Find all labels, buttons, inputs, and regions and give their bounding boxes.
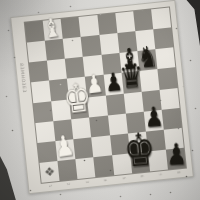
square-g8 — [133, 9, 153, 31]
square-d6 — [83, 55, 103, 77]
square-g5 — [139, 69, 159, 91]
photo-corner-shadow-bottom-left — [0, 156, 18, 200]
square-f7 — [117, 31, 137, 53]
square-c3 — [71, 117, 91, 139]
square-c6 — [65, 57, 85, 79]
square-f2 — [128, 131, 148, 153]
square-e2 — [110, 133, 130, 155]
square-a8 — [25, 21, 45, 43]
square-b5 — [49, 79, 69, 101]
square-d4 — [87, 95, 107, 117]
square-f4 — [123, 91, 143, 113]
piece-white-bishop: ♝ — [41, 13, 63, 42]
square-h4 — [159, 88, 179, 110]
square-b6 — [47, 59, 67, 81]
square-d5: ♟ — [85, 75, 105, 97]
square-e6 — [101, 53, 121, 75]
square-a3 — [35, 121, 55, 143]
square-a5 — [31, 81, 51, 103]
square-c5 — [67, 77, 87, 99]
square-a4 — [33, 101, 53, 123]
square-d8 — [79, 15, 99, 37]
square-d7 — [81, 35, 101, 57]
square-e3 — [107, 113, 127, 135]
square-e5: ♟ — [103, 73, 123, 95]
square-d2 — [92, 135, 112, 157]
square-b7 — [45, 39, 65, 61]
square-f6: ♝ — [119, 51, 139, 73]
square-e7 — [99, 33, 119, 55]
square-f5: ♛ — [121, 71, 141, 93]
square-c4: ♚ — [69, 97, 89, 119]
square-f8 — [115, 11, 135, 33]
photo-background: 83MHO3E3 ♝♝♞♟♟♛♚♟♟❖♚♟ 12345678 — [0, 0, 200, 200]
board-grid: ♝♝♞♟♟♛♚♟♟❖♚♟ — [24, 6, 187, 183]
square-a6 — [29, 61, 49, 83]
square-f3 — [125, 111, 145, 133]
square-a2 — [37, 141, 57, 163]
chessboard: 83MHO3E3 ♝♝♞♟♟♛♚♟♟❖♚♟ 12345678 — [10, 0, 194, 194]
square-g6: ♞ — [137, 49, 157, 71]
square-c2 — [73, 137, 93, 159]
square-g7 — [135, 29, 155, 51]
square-h5 — [157, 68, 177, 90]
square-h3 — [162, 108, 182, 130]
square-b4 — [51, 99, 71, 121]
square-g2 — [146, 129, 166, 151]
square-e4 — [105, 93, 125, 115]
square-b2: ♟ — [55, 139, 75, 161]
square-h8 — [151, 8, 171, 30]
square-g4 — [141, 89, 161, 111]
square-e8 — [97, 13, 117, 35]
square-b8: ♝ — [43, 19, 63, 41]
square-c8 — [61, 17, 81, 39]
square-c7 — [63, 37, 83, 59]
square-h6 — [155, 48, 175, 70]
square-h7 — [153, 28, 173, 50]
square-d3 — [89, 115, 109, 137]
board-edge-brand-text: 83MHO3E3 — [19, 63, 27, 93]
square-a7 — [27, 41, 47, 63]
square-b3 — [53, 119, 73, 141]
photo-dust-speckles — [0, 0, 1, 1]
square-h2 — [164, 128, 184, 150]
square-g3: ♟ — [143, 109, 163, 131]
